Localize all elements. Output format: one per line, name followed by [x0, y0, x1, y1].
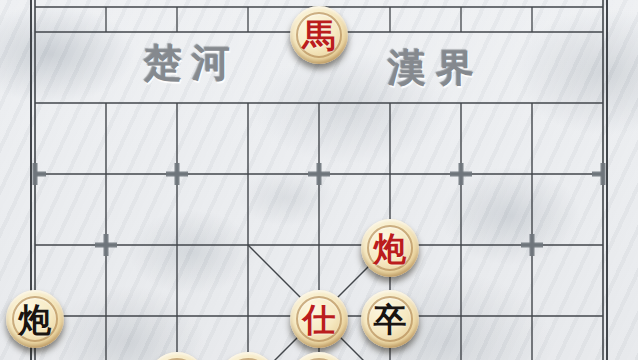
- piece-red-horse[interactable]: 馬: [290, 6, 348, 64]
- xiangqi-board: 楚河 漢界 馬炮仕炮卒: [0, 0, 638, 360]
- piece-glyph-red-horse: 馬: [303, 19, 336, 52]
- piece-glyph-black-soldier: 卒: [374, 303, 407, 336]
- piece-glyph-red-cannon: 炮: [374, 232, 407, 265]
- river-label-han-jie: 漢界: [388, 49, 484, 87]
- piece-black-soldier[interactable]: 卒: [361, 290, 419, 348]
- piece-red-cannon[interactable]: 炮: [361, 219, 419, 277]
- piece-black-cannon[interactable]: 炮: [6, 290, 64, 348]
- piece-glyph-red-advisor: 仕: [303, 303, 336, 336]
- river-label-chu-he: 楚河: [144, 44, 240, 82]
- piece-glyph-black-cannon: 炮: [19, 303, 52, 336]
- piece-red-advisor[interactable]: 仕: [290, 290, 348, 348]
